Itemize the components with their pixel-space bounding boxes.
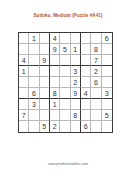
sudoku-cell-r3c9[interactable] xyxy=(102,55,112,66)
puzzle-title: Sudoku, Medium (Puzzle #A41) xyxy=(0,13,136,18)
sudoku-cell-r1c3[interactable] xyxy=(40,33,50,44)
sudoku-cell-r6c9[interactable]: 3 xyxy=(102,88,112,99)
sudoku-cell-r3c4[interactable] xyxy=(50,55,60,66)
sudoku-cell-r4c2[interactable] xyxy=(29,66,39,77)
sudoku-cell-r1c9[interactable]: 6 xyxy=(102,33,112,44)
sudoku-cell-r2c9[interactable] xyxy=(102,44,112,55)
sudoku-cell-r3c7[interactable] xyxy=(81,55,91,66)
sudoku-cell-r2c1[interactable] xyxy=(19,44,29,55)
sudoku-cell-r4c6[interactable]: 3 xyxy=(71,66,81,77)
sudoku-cell-r5c3[interactable] xyxy=(40,77,50,88)
sudoku-cell-r7c2[interactable]: 3 xyxy=(29,99,39,110)
sudoku-cell-r8c3[interactable] xyxy=(40,110,50,121)
sudoku-cell-r8c2[interactable] xyxy=(29,110,39,121)
sudoku-cell-r9c6[interactable] xyxy=(71,121,81,132)
sudoku-cell-r1c6[interactable] xyxy=(71,33,81,44)
sudoku-cell-r5c1[interactable] xyxy=(19,77,29,88)
sudoku-cell-r1c7[interactable] xyxy=(81,33,91,44)
sudoku-cell-r8c4[interactable] xyxy=(50,110,60,121)
sudoku-cell-r8c1[interactable]: 7 xyxy=(19,110,29,121)
sudoku-cell-r6c5[interactable] xyxy=(60,88,70,99)
sudoku-cell-r7c4[interactable]: 1 xyxy=(50,99,60,110)
sudoku-cell-r9c4[interactable]: 2 xyxy=(50,121,60,132)
sudoku-cell-r9c5[interactable] xyxy=(60,121,70,132)
sudoku-cell-r7c8[interactable] xyxy=(91,99,101,110)
sudoku-cell-r2c7[interactable] xyxy=(81,44,91,55)
sudoku-cell-r4c3[interactable] xyxy=(40,66,50,77)
sudoku-cell-r6c3[interactable] xyxy=(40,88,50,99)
sudoku-cell-r6c6[interactable]: 9 xyxy=(71,88,81,99)
sudoku-cell-r5c4[interactable] xyxy=(50,77,60,88)
sudoku-cell-r4c7[interactable] xyxy=(81,66,91,77)
sudoku-cell-r1c4[interactable]: 4 xyxy=(50,33,60,44)
sudoku-cell-r6c2[interactable]: 6 xyxy=(29,88,39,99)
sudoku-cell-r9c9[interactable] xyxy=(102,121,112,132)
sudoku-grid: 1469518497132266894331785526 xyxy=(18,32,113,133)
sudoku-cell-r7c6[interactable] xyxy=(71,99,81,110)
sudoku-cell-r5c7[interactable] xyxy=(81,77,91,88)
sudoku-cell-r6c8[interactable] xyxy=(91,88,101,99)
sudoku-cell-r9c7[interactable]: 6 xyxy=(81,121,91,132)
sudoku-cell-r3c8[interactable]: 7 xyxy=(91,55,101,66)
sudoku-cell-r4c1[interactable]: 1 xyxy=(19,66,29,77)
sudoku-cell-r1c8[interactable] xyxy=(91,33,101,44)
sudoku-cell-r4c8[interactable]: 2 xyxy=(91,66,101,77)
sudoku-cell-r7c3[interactable] xyxy=(40,99,50,110)
sudoku-cell-r8c5[interactable] xyxy=(60,110,70,121)
sudoku-cell-r6c4[interactable]: 8 xyxy=(50,88,60,99)
sudoku-cell-r8c9[interactable]: 5 xyxy=(102,110,112,121)
sudoku-cell-r5c5[interactable] xyxy=(60,77,70,88)
sudoku-cell-r1c5[interactable] xyxy=(60,33,70,44)
sudoku-cell-r8c6[interactable]: 8 xyxy=(71,110,81,121)
sudoku-cell-r3c3[interactable]: 9 xyxy=(40,55,50,66)
sudoku-cell-r2c5[interactable]: 5 xyxy=(60,44,70,55)
sudoku-cell-r2c3[interactable] xyxy=(40,44,50,55)
sudoku-cell-r4c9[interactable] xyxy=(102,66,112,77)
sudoku-cell-r5c2[interactable] xyxy=(29,77,39,88)
sudoku-cell-r8c7[interactable] xyxy=(81,110,91,121)
sudoku-cell-r9c3[interactable]: 5 xyxy=(40,121,50,132)
sudoku-cell-r8c8[interactable] xyxy=(91,110,101,121)
sudoku-cell-r3c1[interactable]: 4 xyxy=(19,55,29,66)
sudoku-cell-r5c8[interactable]: 6 xyxy=(91,77,101,88)
sudoku-cell-r2c6[interactable]: 1 xyxy=(71,44,81,55)
sudoku-cell-r3c2[interactable] xyxy=(29,55,39,66)
sudoku-cell-r2c4[interactable]: 9 xyxy=(50,44,60,55)
sudoku-cell-r4c5[interactable] xyxy=(60,66,70,77)
sudoku-cell-r7c9[interactable] xyxy=(102,99,112,110)
sudoku-cell-r6c7[interactable]: 4 xyxy=(81,88,91,99)
sudoku-cell-r1c1[interactable] xyxy=(19,33,29,44)
sudoku-cell-r7c7[interactable] xyxy=(81,99,91,110)
sudoku-cell-r4c4[interactable] xyxy=(50,66,60,77)
sudoku-cell-r3c5[interactable] xyxy=(60,55,70,66)
sudoku-cell-r2c2[interactable] xyxy=(29,44,39,55)
footer-url: www.printfreesudoku.com xyxy=(0,162,136,166)
sudoku-cell-r9c8[interactable] xyxy=(91,121,101,132)
sudoku-cell-r1c2[interactable]: 1 xyxy=(29,33,39,44)
sudoku-cell-r2c8[interactable]: 8 xyxy=(91,44,101,55)
sudoku-cell-r9c2[interactable] xyxy=(29,121,39,132)
sudoku-cell-r5c9[interactable] xyxy=(102,77,112,88)
sudoku-cell-r7c5[interactable] xyxy=(60,99,70,110)
sudoku-cell-r5c6[interactable]: 2 xyxy=(71,77,81,88)
sudoku-cell-r7c1[interactable] xyxy=(19,99,29,110)
sudoku-cell-r3c6[interactable] xyxy=(71,55,81,66)
sudoku-cell-r6c1[interactable] xyxy=(19,88,29,99)
sudoku-cell-r9c1[interactable] xyxy=(19,121,29,132)
